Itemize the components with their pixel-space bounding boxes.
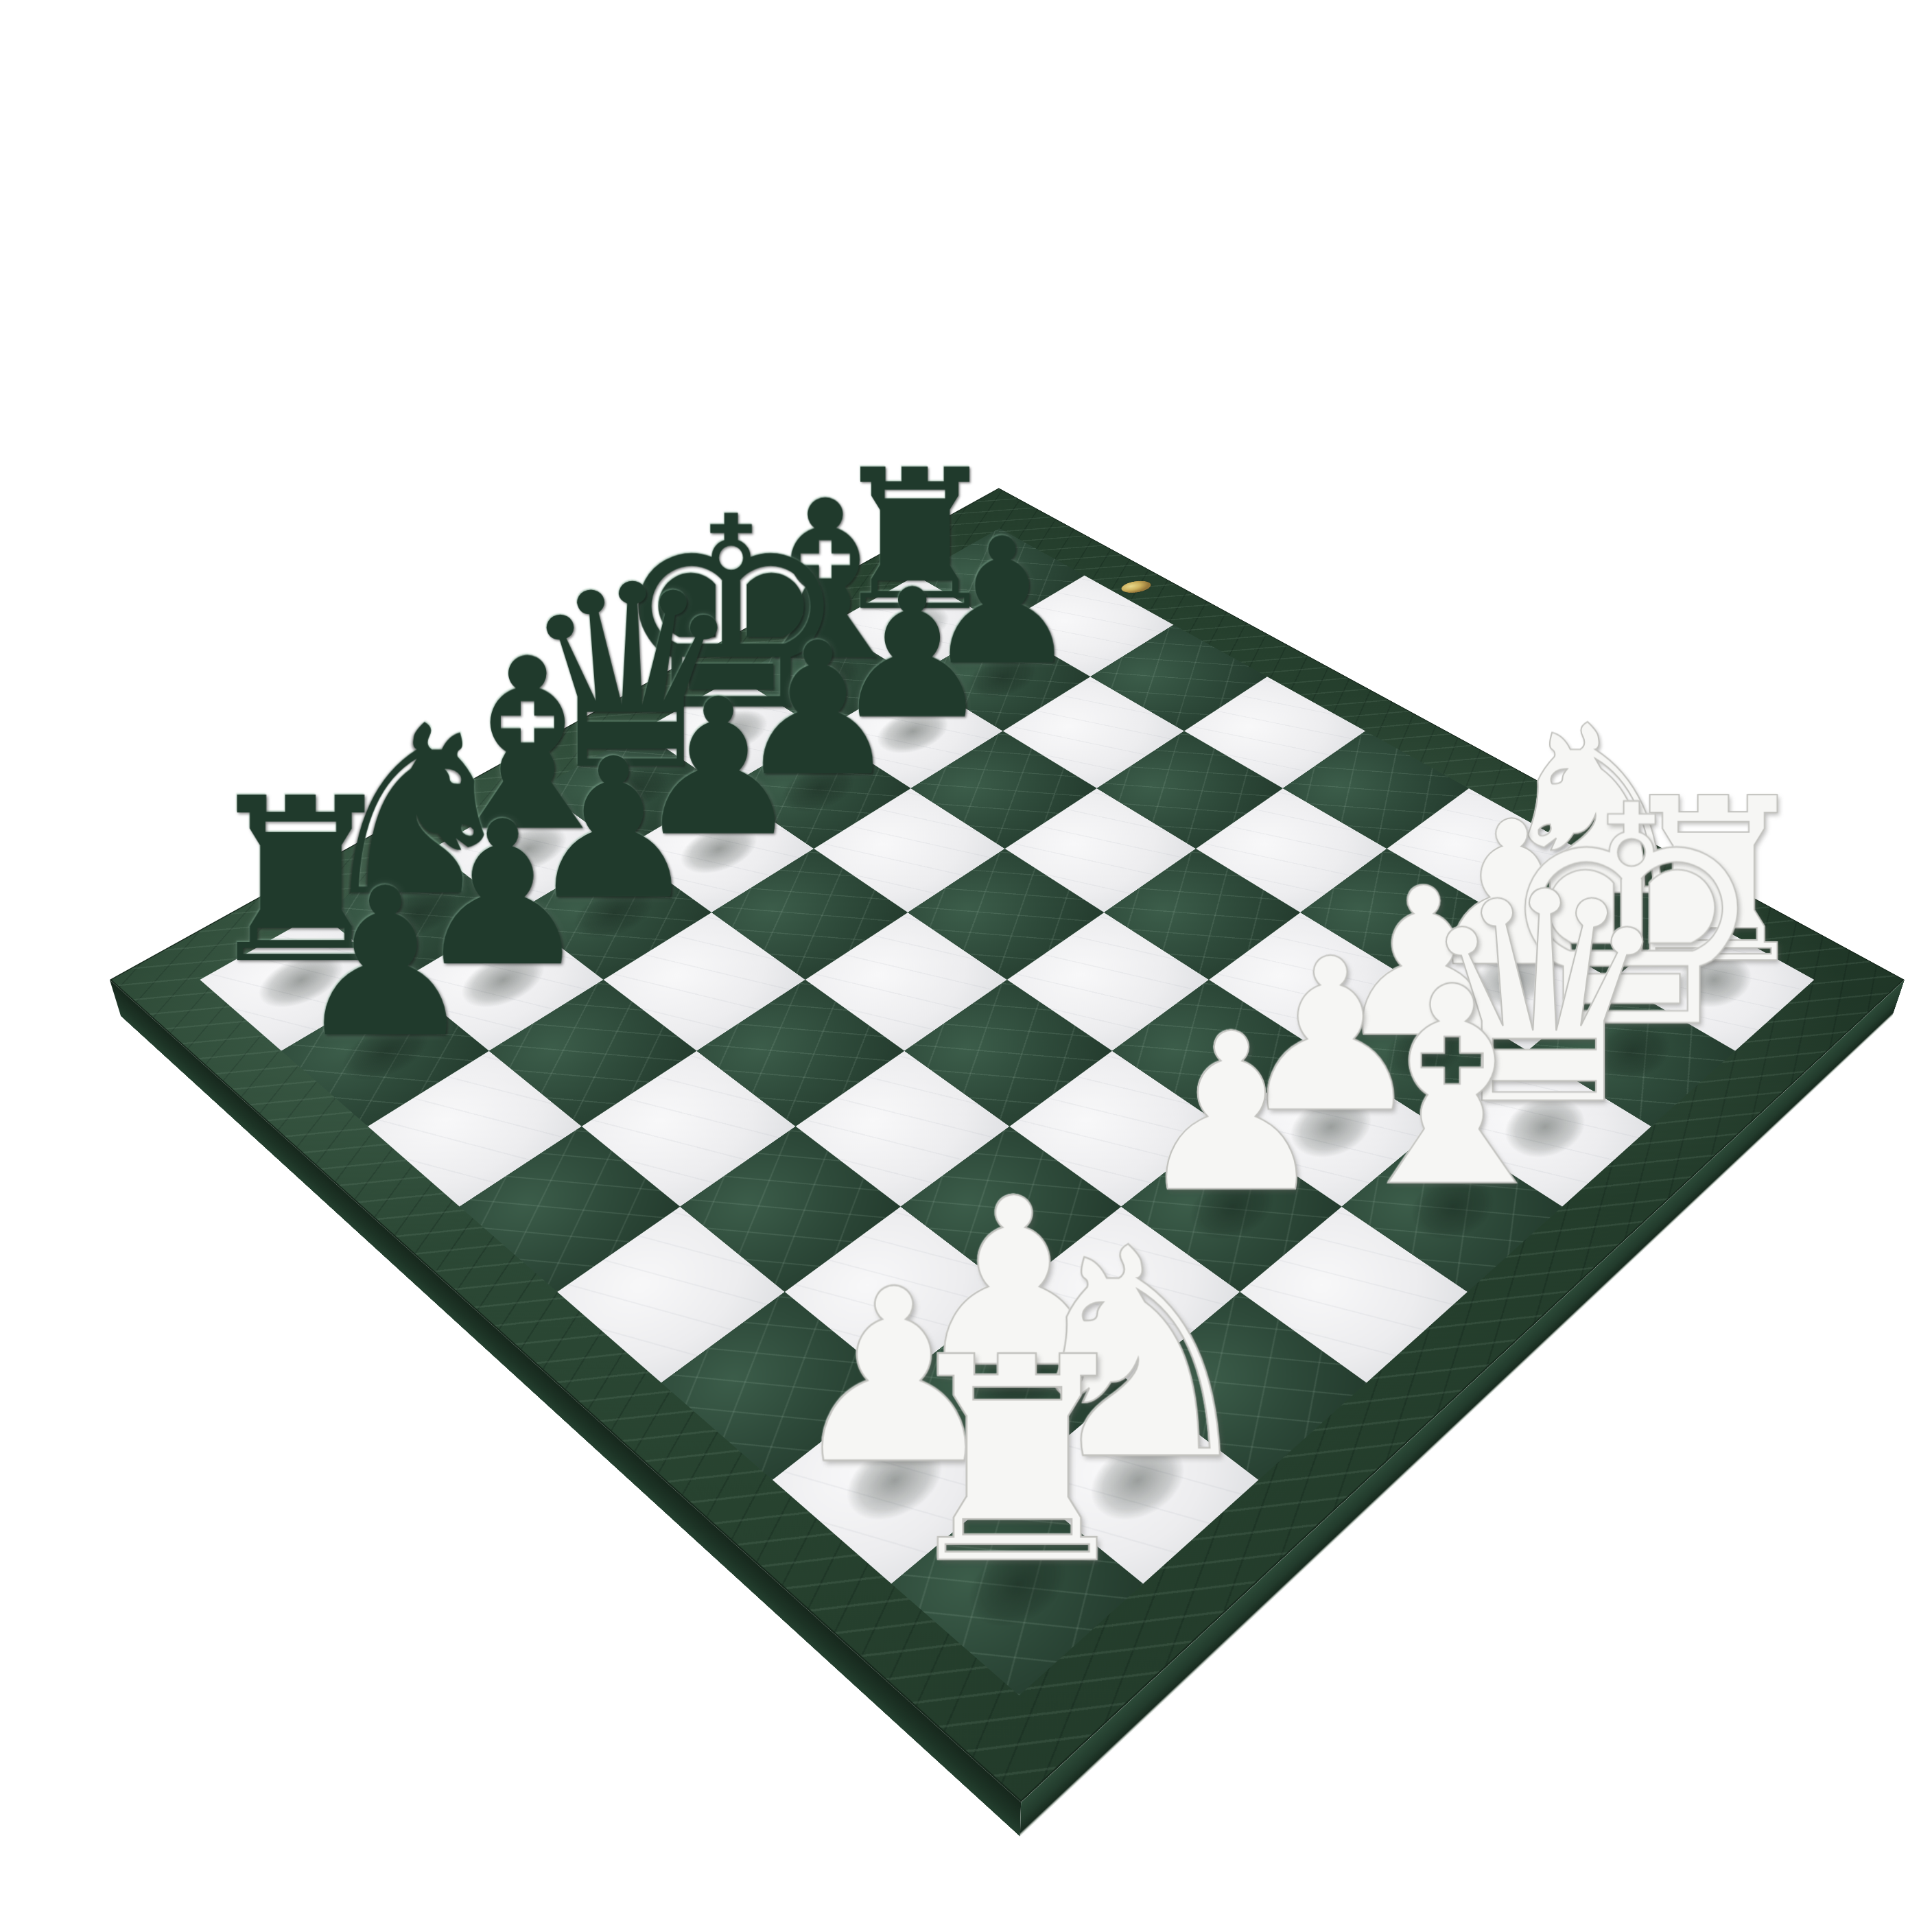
photo-scene: ♜♞♝♛♚♝♜♟♟♟♟♟♟♟♜♞♝♛♚♜♞♟♟♟♟♟♟ <box>0 0 1932 1932</box>
white-bishop-e1: ♝ <box>1330 963 1575 1214</box>
white-pawn-d2: ♟ <box>1134 1014 1329 1214</box>
white-rook-a1: ♜ <box>891 1332 1144 1592</box>
green-pawn-a7: ♟ <box>294 870 478 1059</box>
chess-board: ♜♞♝♛♚♝♜♟♟♟♟♟♟♟♜♞♝♛♚♜♞♟♟♟♟♟♟ <box>110 488 1905 1802</box>
